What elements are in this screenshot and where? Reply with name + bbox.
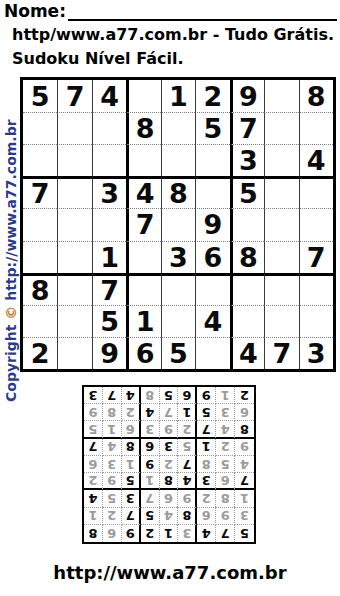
solution-cell-r9c2: 1 <box>216 387 235 404</box>
puzzle-cell-r4c8 <box>264 176 298 208</box>
solution-cell-r3c1: 1 <box>235 490 254 507</box>
solution-cell-r3c2: 8 <box>216 490 235 507</box>
puzzle-cell-r1c7: 9 <box>230 80 264 112</box>
puzzle-cell-r5c9 <box>299 208 333 240</box>
puzzle-cell-r3c9: 4 <box>299 144 333 176</box>
puzzle-cell-r9c4: 6 <box>126 337 160 369</box>
solution-cell-r2c4: 8 <box>178 508 197 525</box>
puzzle-cell-r9c3: 9 <box>92 337 126 369</box>
puzzle-cell-r7c6 <box>195 273 229 305</box>
puzzle-cell-r8c2 <box>57 305 91 337</box>
solution-cell-r5c8: 3 <box>103 456 122 473</box>
solution-cell-r9c5: 5 <box>160 387 179 404</box>
solution-cell-r3c3: 2 <box>197 490 216 507</box>
solution-cell-r9c1: 2 <box>235 387 254 404</box>
copyright-vertical-text: Copyright © http://www.a77.com.br <box>3 119 19 402</box>
solution-cell-r1c8: 6 <box>103 525 122 542</box>
puzzle-cell-r5c2 <box>57 208 91 240</box>
solution-cell-r7c9: 5 <box>84 421 103 438</box>
solution-cell-r8c2: 3 <box>216 404 235 421</box>
puzzle-cell-r9c2 <box>57 337 91 369</box>
puzzle-cell-r7c2 <box>57 273 91 305</box>
solution-cell-r6c2: 2 <box>216 439 235 456</box>
copyright-symbol: © <box>3 306 19 320</box>
solution-cell-r4c4: 4 <box>178 473 197 490</box>
puzzle-cell-r1c4 <box>126 80 160 112</box>
puzzle-cell-r6c7: 8 <box>230 241 264 273</box>
site-url-header[interactable]: http/www.a77.com.br - Tudo Grátis. <box>12 25 334 44</box>
solution-cell-r5c9: 6 <box>84 456 103 473</box>
solution-cell-r3c5: 6 <box>160 490 179 507</box>
solution-cell-r6c1: 9 <box>235 439 254 456</box>
puzzle-cell-r7c3: 7 <box>92 273 126 305</box>
puzzle-cell-r4c2 <box>57 176 91 208</box>
copyright-url: http://www.a77.com.br <box>3 119 19 305</box>
solution-cell-r9c7: 4 <box>122 387 141 404</box>
puzzle-cell-r4c9 <box>299 176 333 208</box>
puzzle-cell-r6c3: 1 <box>92 241 126 273</box>
solution-cell-r1c2: 7 <box>216 525 235 542</box>
solution-cell-r4c6: 1 <box>141 473 160 490</box>
sudoku-solution-grid-upside-down: 5743129683968457211829673547634815924587… <box>82 385 256 544</box>
solution-cell-r2c7: 7 <box>122 508 141 525</box>
name-row: Nome: <box>4 2 337 21</box>
puzzle-cell-r9c9: 3 <box>299 337 333 369</box>
solution-cell-r1c6: 2 <box>141 525 160 542</box>
solution-cell-r2c5: 4 <box>160 508 179 525</box>
puzzle-cell-r4c3: 3 <box>92 176 126 208</box>
solution-cell-r5c7: 1 <box>122 456 141 473</box>
solution-cell-r7c7: 6 <box>122 421 141 438</box>
puzzle-cell-r8c4: 1 <box>126 305 160 337</box>
solution-cell-r5c6: 9 <box>141 456 160 473</box>
solution-cell-r2c2: 9 <box>216 508 235 525</box>
solution-cell-r9c3: 9 <box>197 387 216 404</box>
puzzle-cell-r1c9: 8 <box>299 80 333 112</box>
solution-cell-r6c7: 8 <box>122 439 141 456</box>
solution-cell-r8c3: 5 <box>197 404 216 421</box>
puzzle-cell-r9c5: 5 <box>161 337 195 369</box>
name-fill-in-line <box>68 2 337 21</box>
puzzle-cell-r3c4 <box>126 144 160 176</box>
solution-cell-r1c5: 1 <box>160 525 179 542</box>
solution-cell-r6c5: 3 <box>160 439 179 456</box>
puzzle-cell-r6c6: 6 <box>195 241 229 273</box>
puzzle-cell-r5c8 <box>264 208 298 240</box>
solution-cell-r7c2: 4 <box>216 421 235 438</box>
puzzle-cell-r9c7: 4 <box>230 337 264 369</box>
puzzle-cell-r1c3: 4 <box>92 80 126 112</box>
puzzle-cell-r7c4 <box>126 273 160 305</box>
puzzle-cell-r8c7 <box>230 305 264 337</box>
footer-url[interactable]: http://www.a77.com.br <box>0 562 340 583</box>
solution-cell-r8c5: 7 <box>160 404 179 421</box>
puzzle-cell-r2c5 <box>161 112 195 144</box>
solution-cell-r7c4: 2 <box>178 421 197 438</box>
puzzle-cell-r5c6: 9 <box>195 208 229 240</box>
solution-cell-r8c7: 2 <box>122 404 141 421</box>
puzzle-cell-r6c5: 3 <box>161 241 195 273</box>
puzzle-cell-r2c8 <box>264 112 298 144</box>
solution-cell-r2c8: 2 <box>103 508 122 525</box>
puzzle-cell-r6c1 <box>23 241 57 273</box>
puzzle-cell-r6c8 <box>264 241 298 273</box>
solution-cell-r3c8: 5 <box>103 490 122 507</box>
solution-cell-r8c4: 1 <box>178 404 197 421</box>
puzzle-cell-r4c6 <box>195 176 229 208</box>
solution-cell-r3c4: 9 <box>178 490 197 507</box>
puzzle-cell-r8c5 <box>161 305 195 337</box>
puzzle-cell-r2c1 <box>23 112 57 144</box>
solution-cell-r4c7: 5 <box>122 473 141 490</box>
solution-cell-r9c4: 6 <box>178 387 197 404</box>
puzzle-cell-r7c1: 8 <box>23 273 57 305</box>
solution-cell-r7c5: 9 <box>160 421 179 438</box>
puzzle-cell-r6c2 <box>57 241 91 273</box>
puzzle-cell-r2c4: 8 <box>126 112 160 144</box>
solution-cell-r7c3: 7 <box>197 421 216 438</box>
puzzle-cell-r5c3 <box>92 208 126 240</box>
puzzle-cell-r2c9 <box>299 112 333 144</box>
puzzle-cell-r7c9 <box>299 273 333 305</box>
solution-cell-r2c6: 5 <box>141 508 160 525</box>
solution-cell-r8c8: 8 <box>103 404 122 421</box>
puzzle-cell-r8c9 <box>299 305 333 337</box>
puzzle-cell-r2c6: 5 <box>195 112 229 144</box>
solution-cell-r7c6: 3 <box>141 421 160 438</box>
puzzle-cell-r1c1: 5 <box>23 80 57 112</box>
solution-cell-r3c7: 3 <box>122 490 141 507</box>
solution-cell-r8c6: 4 <box>141 404 160 421</box>
solution-cell-r5c4: 7 <box>178 456 197 473</box>
solution-cell-r1c3: 4 <box>197 525 216 542</box>
puzzle-cell-r3c7: 3 <box>230 144 264 176</box>
solution-cell-r6c9: 7 <box>84 439 103 456</box>
puzzle-cell-r3c2 <box>57 144 91 176</box>
solution-cell-r4c9: 2 <box>84 473 103 490</box>
puzzle-cell-r7c8 <box>264 273 298 305</box>
solution-cell-r9c8: 7 <box>103 387 122 404</box>
solution-cell-r4c2: 6 <box>216 473 235 490</box>
puzzle-cell-r3c3 <box>92 144 126 176</box>
solution-cell-r7c1: 8 <box>235 421 254 438</box>
sudoku-puzzle-grid: 574129885734734857913687875142965473 <box>20 77 336 372</box>
puzzle-cell-r3c8 <box>264 144 298 176</box>
puzzle-cell-r5c4: 7 <box>126 208 160 240</box>
solution-cell-r4c3: 3 <box>197 473 216 490</box>
puzzle-cell-r5c5 <box>161 208 195 240</box>
puzzle-cell-r1c2: 7 <box>57 80 91 112</box>
puzzle-cell-r6c4 <box>126 241 160 273</box>
solution-cell-r3c9: 4 <box>84 490 103 507</box>
puzzle-cell-r4c1: 7 <box>23 176 57 208</box>
puzzle-cell-r5c1 <box>23 208 57 240</box>
solution-cell-r4c8: 9 <box>103 473 122 490</box>
solution-cell-r8c9: 9 <box>84 404 103 421</box>
solution-cell-r9c9: 3 <box>84 387 103 404</box>
puzzle-cell-r8c8 <box>264 305 298 337</box>
solution-cell-r6c3: 1 <box>197 439 216 456</box>
solution-cell-r5c3: 8 <box>197 456 216 473</box>
solution-cell-r6c4: 5 <box>178 439 197 456</box>
solution-cell-r4c1: 7 <box>235 473 254 490</box>
puzzle-cell-r8c1 <box>23 305 57 337</box>
puzzle-cell-r1c5: 1 <box>161 80 195 112</box>
solution-cell-r5c5: 2 <box>160 456 179 473</box>
puzzle-cell-r8c3: 5 <box>92 305 126 337</box>
solution-cell-r6c6: 6 <box>141 439 160 456</box>
puzzle-level-title: Sudoku Nível Fácil. <box>12 49 184 68</box>
copyright-prefix: Copyright <box>3 320 19 402</box>
puzzle-cell-r9c1: 2 <box>23 337 57 369</box>
solution-cell-r1c1: 5 <box>235 525 254 542</box>
sudoku-worksheet-page: Nome: http/www.a77.com.br - Tudo Grátis.… <box>0 0 340 596</box>
puzzle-cell-r6c9: 7 <box>299 241 333 273</box>
puzzle-cell-r1c8 <box>264 80 298 112</box>
solution-cell-r3c6: 7 <box>141 490 160 507</box>
solution-cell-r8c1: 6 <box>235 404 254 421</box>
solution-cell-r2c1: 3 <box>235 508 254 525</box>
puzzle-cell-r7c7 <box>230 273 264 305</box>
puzzle-cell-r2c2 <box>57 112 91 144</box>
puzzle-cell-r9c8: 7 <box>264 337 298 369</box>
puzzle-cell-r4c7: 5 <box>230 176 264 208</box>
puzzle-cell-r2c3 <box>92 112 126 144</box>
solution-cell-r4c5: 8 <box>160 473 179 490</box>
solution-cell-r5c2: 5 <box>216 456 235 473</box>
solution-cell-r6c8: 4 <box>103 439 122 456</box>
puzzle-cell-r5c7 <box>230 208 264 240</box>
puzzle-cell-r3c6 <box>195 144 229 176</box>
puzzle-cell-r1c6: 2 <box>195 80 229 112</box>
puzzle-cell-r2c7: 7 <box>230 112 264 144</box>
solution-cell-r9c6: 8 <box>141 387 160 404</box>
solution-cell-r7c8: 1 <box>103 421 122 438</box>
solution-cell-r5c1: 4 <box>235 456 254 473</box>
puzzle-cell-r9c6 <box>195 337 229 369</box>
puzzle-cell-r4c5: 8 <box>161 176 195 208</box>
puzzle-cell-r7c5 <box>161 273 195 305</box>
solution-cell-r1c7: 9 <box>122 525 141 542</box>
puzzle-cell-r8c6: 4 <box>195 305 229 337</box>
solution-cell-r1c9: 8 <box>84 525 103 542</box>
name-label: Nome: <box>4 2 66 21</box>
puzzle-cell-r3c5 <box>161 144 195 176</box>
solution-cell-r2c9: 1 <box>84 508 103 525</box>
solution-cell-r2c3: 6 <box>197 508 216 525</box>
solution-cell-r1c4: 3 <box>178 525 197 542</box>
puzzle-cell-r4c4: 4 <box>126 176 160 208</box>
puzzle-cell-r3c1 <box>23 144 57 176</box>
